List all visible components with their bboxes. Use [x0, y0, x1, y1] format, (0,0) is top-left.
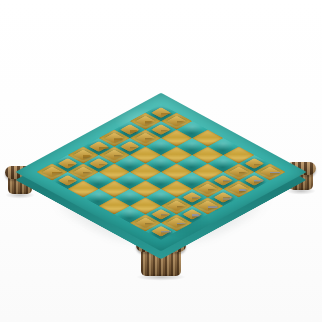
- photo-stage: ♜♞♝♛♚♝♞♜♟♟♟♟♟♟♟♟♟♟♟♟♟♟♟♟♜♞♝♛♚♝♞♜: [0, 0, 322, 322]
- chess-board-scene: ♜♞♝♛♚♝♞♜♟♟♟♟♟♟♟♟♟♟♟♟♟♟♟♟♜♞♝♛♚♝♞♜: [58, 69, 264, 275]
- pawn-glyph: ♟: [28, 163, 108, 185]
- chess-board: ♜♞♝♛♚♝♞♜♟♟♟♟♟♟♟♟♟♟♟♟♟♟♟♟♜♞♝♛♚♝♞♜: [15, 93, 306, 252]
- rook-glyph: ♜: [121, 203, 201, 238]
